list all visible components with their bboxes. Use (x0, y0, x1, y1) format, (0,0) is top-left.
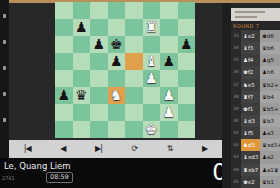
square-g8[interactable] (160, 2, 178, 19)
white-pawn[interactable]: ♟ (160, 104, 178, 121)
chess-board[interactable]: ♟♜♟♚♟♟♝♟♟♟♛♞♟♟♚ (55, 2, 195, 138)
black-pawn[interactable]: ♟ (90, 36, 108, 53)
square-b1[interactable] (73, 121, 91, 138)
square-g6[interactable] (160, 36, 178, 53)
square-b5[interactable] (73, 53, 91, 70)
square-d3[interactable]: ♞ (108, 87, 126, 104)
white-knight[interactable]: ♞ (108, 87, 126, 104)
square-h4[interactable] (178, 70, 196, 87)
square-g2[interactable]: ♟ (160, 104, 178, 121)
move-row: 39♚f1♛b5+ (231, 103, 280, 115)
move-list[interactable]: 33♝e2♚d634♝f3♛b635♟f4♟g536♚f2♟h637♞e5♛b2… (231, 30, 280, 188)
header-card-line (235, 11, 265, 13)
move-panel: ROUND 7 33♝e2♚d634♝f3♛b635♟f4♟g536♚f2♟h6… (231, 3, 280, 188)
move-row: 34♝f3♛b6 (231, 42, 280, 54)
white-rook[interactable]: ♜ (143, 19, 161, 36)
left-rail-marker[interactable] (3, 66, 6, 70)
move-row: 41♝f5♟a3 (231, 127, 280, 139)
bottom-player-bar: Le, Quang Liem 2741 08:59 0 (0, 158, 231, 188)
square-c3[interactable] (90, 87, 108, 104)
jump-start-button[interactable]: |◀ (24, 140, 31, 158)
player-name: Le, Quang Liem (4, 161, 71, 171)
black-move[interactable]: ♛b1 (260, 176, 280, 188)
white-pawn[interactable]: ♟ (160, 87, 178, 104)
step-forward-button[interactable]: ▶| (95, 140, 102, 158)
square-f5[interactable]: ♝ (143, 53, 161, 70)
square-h1[interactable] (178, 121, 196, 138)
left-rail[interactable] (0, 0, 9, 158)
square-a5[interactable] (55, 53, 73, 70)
square-c8[interactable] (90, 2, 108, 19)
square-g5[interactable]: ♟ (160, 53, 178, 70)
square-h3[interactable] (178, 87, 196, 104)
square-c7[interactable] (90, 19, 108, 36)
left-rail-marker[interactable] (3, 14, 6, 18)
square-g1[interactable] (160, 121, 178, 138)
left-rail-marker[interactable] (3, 118, 6, 122)
square-e6[interactable] (125, 36, 143, 53)
square-f7[interactable]: ♜ (143, 19, 161, 36)
move-row: 37♞e5♛b2+ (231, 79, 280, 91)
black-pawn[interactable]: ♟ (160, 53, 178, 70)
replay-control-bar: |◀◀▶|⟳⇅▶ (9, 140, 222, 159)
panel-header-card[interactable] (231, 8, 280, 21)
square-d4[interactable] (108, 70, 126, 87)
square-c4[interactable] (90, 70, 108, 87)
move-row: 45♚e2♛b1 (231, 176, 280, 188)
square-a2[interactable] (55, 104, 73, 121)
square-e5[interactable] (125, 53, 143, 70)
square-e4[interactable] (125, 70, 143, 87)
black-king[interactable]: ♚ (108, 36, 126, 53)
player-clock: 08:59 (46, 172, 73, 183)
broadcast-app: ♟♜♟♚♟♟♝♟♟♟♛♞♟♟♚ |◀◀▶|⟳⇅▶ Le, Quang Liem … (0, 0, 280, 188)
square-f3[interactable] (143, 87, 161, 104)
square-f4[interactable]: ♟ (143, 70, 161, 87)
square-a8[interactable] (55, 2, 73, 19)
square-a3[interactable]: ♟ (55, 87, 73, 104)
header-card-line (235, 16, 257, 18)
move-row: 35♟f4♟g5 (231, 54, 280, 66)
square-b7[interactable]: ♟ (73, 19, 91, 36)
square-c1[interactable] (90, 121, 108, 138)
square-f2[interactable] (143, 104, 161, 121)
square-b2[interactable] (73, 104, 91, 121)
white-bishop[interactable]: ♝ (143, 53, 161, 70)
square-h7[interactable] (178, 19, 196, 36)
refresh-button[interactable]: ⟳ (131, 140, 137, 158)
square-d6[interactable]: ♚ (108, 36, 126, 53)
square-h8[interactable] (178, 2, 196, 19)
square-d1[interactable] (108, 121, 126, 138)
square-h2[interactable] (178, 104, 196, 121)
white-king[interactable]: ♚ (143, 121, 161, 138)
square-d7[interactable] (108, 19, 126, 36)
square-c5[interactable] (90, 53, 108, 70)
square-e8[interactable] (125, 2, 143, 19)
square-d2[interactable] (108, 104, 126, 121)
step-back-button[interactable]: ◀ (60, 140, 65, 158)
square-e3[interactable] (125, 87, 143, 104)
move-row: 44♜xb7♟a1♛ (231, 164, 280, 176)
black-queen[interactable]: ♛ (73, 87, 91, 104)
square-g7[interactable] (160, 19, 178, 36)
white-move[interactable]: ♚e2 (241, 176, 260, 188)
move-row: 40♝d3♛b3 (231, 115, 280, 127)
square-d8[interactable] (108, 2, 126, 19)
square-c2[interactable] (90, 104, 108, 121)
black-pawn[interactable]: ♟ (178, 36, 196, 53)
left-rail-marker[interactable] (3, 92, 6, 96)
square-f1[interactable]: ♚ (143, 121, 161, 138)
play-button[interactable]: ▶ (202, 140, 207, 158)
move-row: 43♝xd3♟a2 (231, 151, 280, 163)
square-a7[interactable] (55, 19, 73, 36)
square-b6[interactable] (73, 36, 91, 53)
square-g3[interactable]: ♟ (160, 87, 178, 104)
move-row: 42♞d3♛xd3+ (231, 139, 280, 151)
black-pawn[interactable]: ♟ (55, 87, 73, 104)
square-h6[interactable]: ♟ (178, 36, 196, 53)
square-a4[interactable] (55, 70, 73, 87)
square-f6[interactable] (143, 36, 161, 53)
black-pawn[interactable]: ♟ (73, 19, 91, 36)
square-h5[interactable] (178, 53, 196, 70)
panel-gutter (222, 3, 231, 188)
square-g4[interactable] (160, 70, 178, 87)
white-pawn[interactable]: ♟ (143, 70, 161, 87)
square-b8[interactable] (73, 2, 91, 19)
square-e1[interactable] (125, 121, 143, 138)
square-b3[interactable]: ♛ (73, 87, 91, 104)
square-e7[interactable] (125, 19, 143, 36)
square-c6[interactable]: ♟ (90, 36, 108, 53)
player-rating: 2741 (2, 175, 15, 181)
flip-board-button[interactable]: ⇅ (167, 140, 173, 158)
square-b4[interactable] (73, 70, 91, 87)
square-a6[interactable] (55, 36, 73, 53)
move-number: 45 (231, 176, 241, 188)
square-f8[interactable] (143, 2, 161, 19)
move-row: 38♜f7♛b4 (231, 91, 280, 103)
move-row: 36♚f2♟h6 (231, 66, 280, 78)
black-pawn[interactable]: ♟ (108, 53, 126, 70)
square-a1[interactable] (55, 121, 73, 138)
move-row: 33♝e2♚d6 (231, 30, 280, 42)
move-panel-title: ROUND 7 (233, 23, 280, 29)
left-rail-marker[interactable] (3, 40, 6, 44)
square-d5[interactable]: ♟ (108, 53, 126, 70)
square-e2[interactable] (125, 104, 143, 121)
